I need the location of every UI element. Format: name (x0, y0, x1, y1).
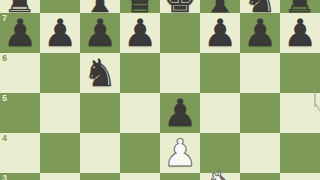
square-d4[interactable] (120, 133, 160, 173)
square-d5[interactable] (120, 93, 160, 133)
rank-label-3: 3 (2, 173, 7, 180)
piece-black-knight[interactable]: ♞ (83, 54, 117, 92)
square-f3[interactable]: ♞ (200, 173, 240, 180)
square-a3[interactable]: 3 (0, 173, 40, 180)
square-b6[interactable] (40, 53, 80, 93)
piece-black-pawn[interactable]: ♟ (283, 14, 317, 52)
square-h6[interactable] (280, 53, 320, 93)
piece-black-pawn[interactable]: ♟ (203, 14, 237, 52)
square-f6[interactable] (200, 53, 240, 93)
square-a4[interactable]: 4 (0, 133, 40, 173)
square-b7[interactable]: ♟ (40, 13, 80, 53)
chess-board: ♜♝♛♚♝♞♜7♟♟♟♟♟♟♟6♞5♟4♟3♞ (0, 0, 320, 180)
piece-black-pawn[interactable]: ♟ (163, 94, 197, 132)
square-g4[interactable] (240, 133, 280, 173)
square-c4[interactable] (80, 133, 120, 173)
square-c7[interactable]: ♟ (80, 13, 120, 53)
square-b5[interactable] (40, 93, 80, 133)
square-h5[interactable] (280, 93, 320, 133)
piece-black-pawn[interactable]: ♟ (123, 14, 157, 52)
square-b4[interactable] (40, 133, 80, 173)
square-b3[interactable] (40, 173, 80, 180)
square-f5[interactable] (200, 93, 240, 133)
square-c5[interactable] (80, 93, 120, 133)
piece-black-pawn[interactable]: ♟ (83, 14, 117, 52)
square-c6[interactable]: ♞ (80, 53, 120, 93)
square-h7[interactable]: ♟ (280, 13, 320, 53)
square-e8[interactable]: ♚ (160, 0, 200, 13)
piece-black-pawn[interactable]: ♟ (243, 14, 277, 52)
square-h4[interactable] (280, 133, 320, 173)
square-d7[interactable]: ♟ (120, 13, 160, 53)
square-e6[interactable] (160, 53, 200, 93)
square-d6[interactable] (120, 53, 160, 93)
piece-black-king[interactable]: ♚ (163, 0, 197, 18)
square-g6[interactable] (240, 53, 280, 93)
square-a6[interactable]: 6 (0, 53, 40, 93)
square-d3[interactable] (120, 173, 160, 180)
square-f7[interactable]: ♟ (200, 13, 240, 53)
square-c3[interactable] (80, 173, 120, 180)
square-h3[interactable] (280, 173, 320, 180)
square-g7[interactable]: ♟ (240, 13, 280, 53)
piece-black-pawn[interactable]: ♟ (3, 14, 37, 52)
rank-label-4: 4 (2, 133, 7, 144)
board-viewport: ♜♝♛♚♝♞♜7♟♟♟♟♟♟♟6♞5♟4♟3♞ (0, 0, 320, 180)
piece-white-pawn[interactable]: ♟ (163, 134, 197, 172)
square-e4[interactable]: ♟ (160, 133, 200, 173)
square-g3[interactable] (240, 173, 280, 180)
square-a7[interactable]: 7♟ (0, 13, 40, 53)
square-a5[interactable]: 5 (0, 93, 40, 133)
square-g5[interactable] (240, 93, 280, 133)
rank-label-5: 5 (2, 93, 7, 104)
square-e5[interactable]: ♟ (160, 93, 200, 133)
piece-black-pawn[interactable]: ♟ (43, 14, 77, 52)
piece-white-knight[interactable]: ♞ (203, 167, 237, 180)
